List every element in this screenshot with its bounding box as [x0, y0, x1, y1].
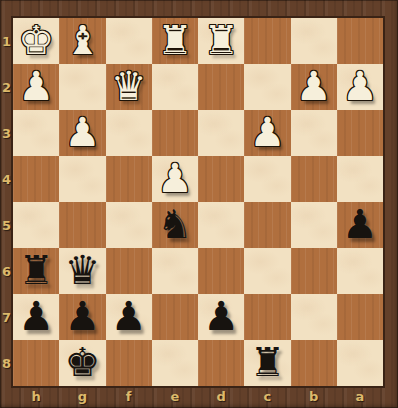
- square-b2[interactable]: ♟: [291, 64, 337, 110]
- piece-white-rook[interactable]: ♜: [203, 20, 239, 60]
- square-b8[interactable]: [291, 340, 337, 386]
- square-b5[interactable]: [291, 202, 337, 248]
- rank-label-7: 7: [0, 294, 13, 340]
- square-d2[interactable]: [198, 64, 244, 110]
- file-label-h: h: [13, 386, 59, 406]
- square-a2[interactable]: ♟: [337, 64, 383, 110]
- piece-black-rook[interactable]: ♜: [249, 342, 285, 382]
- file-label-a: a: [337, 386, 383, 406]
- piece-black-pawn[interactable]: ♟: [203, 296, 239, 336]
- piece-black-pawn[interactable]: ♟: [64, 296, 100, 336]
- rank-label-5: 5: [0, 202, 13, 248]
- square-e5[interactable]: ♞: [152, 202, 198, 248]
- square-b4[interactable]: [291, 156, 337, 202]
- square-h1[interactable]: ♚: [13, 18, 59, 64]
- square-f7[interactable]: ♟: [106, 294, 152, 340]
- square-a1[interactable]: [337, 18, 383, 64]
- piece-white-queen[interactable]: ♛: [111, 66, 147, 106]
- piece-black-knight[interactable]: ♞: [157, 204, 193, 244]
- piece-white-pawn[interactable]: ♟: [249, 112, 285, 152]
- square-g7[interactable]: ♟: [59, 294, 105, 340]
- file-label-e: e: [152, 386, 198, 406]
- square-a7[interactable]: [337, 294, 383, 340]
- square-a6[interactable]: [337, 248, 383, 294]
- square-a8[interactable]: [337, 340, 383, 386]
- piece-white-pawn[interactable]: ♟: [18, 66, 54, 106]
- square-g3[interactable]: ♟: [59, 110, 105, 156]
- square-a3[interactable]: [337, 110, 383, 156]
- rank-label-4: 4: [0, 156, 13, 202]
- piece-white-pawn[interactable]: ♟: [64, 112, 100, 152]
- square-e2[interactable]: [152, 64, 198, 110]
- chess-board: ♚♝♜♜♟♛♟♟♟♟♟♞♟♜♛♟♟♟♟♚♜: [13, 18, 383, 386]
- piece-white-pawn[interactable]: ♟: [342, 66, 378, 106]
- piece-black-pawn[interactable]: ♟: [342, 204, 378, 244]
- square-b6[interactable]: [291, 248, 337, 294]
- rank-label-8: 8: [0, 340, 13, 386]
- board-frame: 12345678 hgfedcba ♚♝♜♜♟♛♟♟♟♟♟♞♟♜♛♟♟♟♟♚♜: [0, 0, 398, 408]
- square-e6[interactable]: [152, 248, 198, 294]
- square-g2[interactable]: [59, 64, 105, 110]
- square-c8[interactable]: ♜: [244, 340, 290, 386]
- square-d5[interactable]: [198, 202, 244, 248]
- square-b7[interactable]: [291, 294, 337, 340]
- square-c1[interactable]: [244, 18, 290, 64]
- piece-white-pawn[interactable]: ♟: [157, 158, 193, 198]
- square-h6[interactable]: ♜: [13, 248, 59, 294]
- square-e3[interactable]: [152, 110, 198, 156]
- rank-label-6: 6: [0, 248, 13, 294]
- square-c6[interactable]: [244, 248, 290, 294]
- square-g6[interactable]: ♛: [59, 248, 105, 294]
- square-f3[interactable]: [106, 110, 152, 156]
- square-a5[interactable]: ♟: [337, 202, 383, 248]
- square-f1[interactable]: [106, 18, 152, 64]
- piece-white-king[interactable]: ♚: [18, 20, 54, 60]
- square-f5[interactable]: [106, 202, 152, 248]
- square-h4[interactable]: [13, 156, 59, 202]
- square-d1[interactable]: ♜: [198, 18, 244, 64]
- piece-black-rook[interactable]: ♜: [18, 250, 54, 290]
- rank-label-2: 2: [0, 64, 13, 110]
- square-e4[interactable]: ♟: [152, 156, 198, 202]
- square-f2[interactable]: ♛: [106, 64, 152, 110]
- file-label-f: f: [106, 386, 152, 406]
- piece-white-rook[interactable]: ♜: [157, 20, 193, 60]
- square-h8[interactable]: [13, 340, 59, 386]
- square-d3[interactable]: [198, 110, 244, 156]
- square-f6[interactable]: [106, 248, 152, 294]
- square-d6[interactable]: [198, 248, 244, 294]
- rank-label-3: 3: [0, 110, 13, 156]
- square-e7[interactable]: [152, 294, 198, 340]
- piece-white-pawn[interactable]: ♟: [296, 66, 332, 106]
- square-d8[interactable]: [198, 340, 244, 386]
- rank-labels: 12345678: [0, 18, 13, 386]
- piece-black-pawn[interactable]: ♟: [18, 296, 54, 336]
- square-c3[interactable]: ♟: [244, 110, 290, 156]
- file-label-d: d: [198, 386, 244, 406]
- square-c5[interactable]: [244, 202, 290, 248]
- square-f8[interactable]: [106, 340, 152, 386]
- square-h2[interactable]: ♟: [13, 64, 59, 110]
- square-f4[interactable]: [106, 156, 152, 202]
- square-d4[interactable]: [198, 156, 244, 202]
- file-labels: hgfedcba: [13, 386, 383, 406]
- square-d7[interactable]: ♟: [198, 294, 244, 340]
- square-b3[interactable]: [291, 110, 337, 156]
- square-h7[interactable]: ♟: [13, 294, 59, 340]
- piece-black-king[interactable]: ♚: [64, 342, 100, 382]
- file-label-b: b: [291, 386, 337, 406]
- piece-white-bishop[interactable]: ♝: [64, 20, 100, 60]
- piece-black-queen[interactable]: ♛: [64, 250, 100, 290]
- square-c7[interactable]: [244, 294, 290, 340]
- rank-label-1: 1: [0, 18, 13, 64]
- square-c2[interactable]: [244, 64, 290, 110]
- square-e1[interactable]: ♜: [152, 18, 198, 64]
- square-g5[interactable]: [59, 202, 105, 248]
- square-h3[interactable]: [13, 110, 59, 156]
- square-g8[interactable]: ♚: [59, 340, 105, 386]
- piece-black-pawn[interactable]: ♟: [111, 296, 147, 336]
- square-g4[interactable]: [59, 156, 105, 202]
- file-label-g: g: [59, 386, 105, 406]
- square-g1[interactable]: ♝: [59, 18, 105, 64]
- square-h5[interactable]: [13, 202, 59, 248]
- file-label-c: c: [244, 386, 290, 406]
- square-e8[interactable]: [152, 340, 198, 386]
- square-c4[interactable]: [244, 156, 290, 202]
- square-b1[interactable]: [291, 18, 337, 64]
- square-a4[interactable]: [337, 156, 383, 202]
